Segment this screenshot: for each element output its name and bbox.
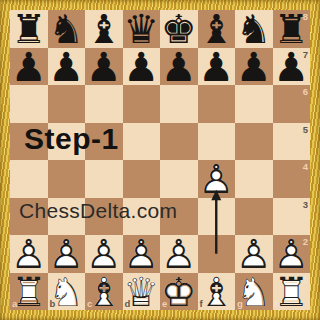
square-g6[interactable] [235, 85, 273, 123]
square-c2[interactable]: ♟♙ [85, 235, 123, 273]
square-f1[interactable]: ♝♗f [198, 273, 236, 311]
square-d8[interactable]: ♛ [123, 10, 161, 48]
square-g1[interactable]: ♞♘g [235, 273, 273, 311]
square-b8[interactable]: ♞ [48, 10, 86, 48]
square-d4[interactable] [123, 160, 161, 198]
square-g8[interactable]: ♞ [235, 10, 273, 48]
white-pawn-h2: ♟♙ [273, 235, 311, 273]
square-b2[interactable]: ♟♙ [48, 235, 86, 273]
square-h1[interactable]: ♜♖1h [273, 273, 311, 311]
square-h7[interactable]: ♟7 [273, 48, 311, 86]
square-f3[interactable] [198, 198, 236, 236]
square-g5[interactable] [235, 123, 273, 161]
black-queen-d8: ♛ [123, 10, 161, 48]
square-c7[interactable]: ♟ [85, 48, 123, 86]
square-e6[interactable] [160, 85, 198, 123]
square-f2[interactable] [198, 235, 236, 273]
square-g4[interactable] [235, 160, 273, 198]
square-h4[interactable]: 4 [273, 160, 311, 198]
square-g2[interactable]: ♟♙ [235, 235, 273, 273]
square-a8[interactable]: ♜ [10, 10, 48, 48]
black-pawn-c7: ♟ [85, 48, 123, 86]
coord-rank-3: 3 [303, 200, 308, 210]
white-pawn-f4: ♟♙ [198, 160, 236, 198]
black-rook-a8: ♜ [10, 10, 48, 48]
black-knight-g8: ♞ [235, 10, 273, 48]
square-d6[interactable] [123, 85, 161, 123]
black-knight-b8: ♞ [48, 10, 86, 48]
square-b1[interactable]: ♞♘b [48, 273, 86, 311]
white-pawn-b2: ♟♙ [48, 235, 86, 273]
square-h8[interactable]: ♜8 [273, 10, 311, 48]
white-bishop-c1: ♝♗ [85, 273, 123, 311]
square-f8[interactable]: ♝ [198, 10, 236, 48]
square-f6[interactable] [198, 85, 236, 123]
square-b7[interactable]: ♟ [48, 48, 86, 86]
black-bishop-f8: ♝ [198, 10, 236, 48]
square-a1[interactable]: ♜♖a [10, 273, 48, 311]
black-pawn-h7: ♟ [273, 48, 311, 86]
white-knight-g1: ♞♘ [235, 273, 273, 311]
black-king-e8: ♚ [160, 10, 198, 48]
square-a6[interactable] [10, 85, 48, 123]
coord-rank-4: 4 [303, 162, 308, 172]
black-pawn-f7: ♟ [198, 48, 236, 86]
square-b4[interactable] [48, 160, 86, 198]
black-pawn-d7: ♟ [123, 48, 161, 86]
square-h6[interactable]: 6 [273, 85, 311, 123]
square-a2[interactable]: ♟♙ [10, 235, 48, 273]
square-d1[interactable]: ♛♕d [123, 273, 161, 311]
coord-rank-5: 5 [303, 125, 308, 135]
square-f5[interactable] [198, 123, 236, 161]
black-pawn-b7: ♟ [48, 48, 86, 86]
square-e2[interactable]: ♟♙ [160, 235, 198, 273]
square-h3[interactable]: 3 [273, 198, 311, 236]
square-f7[interactable]: ♟ [198, 48, 236, 86]
white-pawn-g2: ♟♙ [235, 235, 273, 273]
black-pawn-a7: ♟ [10, 48, 48, 86]
site-watermark: ChessDelta.com [19, 199, 177, 223]
white-pawn-e2: ♟♙ [160, 235, 198, 273]
white-bishop-f1: ♝♗ [198, 273, 236, 311]
white-knight-b1: ♞♘ [48, 273, 86, 311]
square-a4[interactable] [10, 160, 48, 198]
black-pawn-e7: ♟ [160, 48, 198, 86]
square-e1[interactable]: ♚♔e [160, 273, 198, 311]
square-f4[interactable]: ♟♙ [198, 160, 236, 198]
white-rook-a1: ♜♖ [10, 273, 48, 311]
white-queen-d1: ♛♕ [123, 273, 161, 311]
square-c4[interactable] [85, 160, 123, 198]
square-e5[interactable] [160, 123, 198, 161]
square-b6[interactable] [48, 85, 86, 123]
black-bishop-c8: ♝ [85, 10, 123, 48]
square-g3[interactable] [235, 198, 273, 236]
black-pawn-g7: ♟ [235, 48, 273, 86]
square-c8[interactable]: ♝ [85, 10, 123, 48]
square-a7[interactable]: ♟ [10, 48, 48, 86]
gold-frame: ♜♞♝♛♚♝♞♜8♟♟♟♟♟♟♟♟765♟♙43♟♙♟♙♟♙♟♙♟♙♟♙♟♙2♜… [0, 0, 320, 320]
square-c6[interactable] [85, 85, 123, 123]
square-h5[interactable]: 5 [273, 123, 311, 161]
square-c1[interactable]: ♝♗c [85, 273, 123, 311]
square-d7[interactable]: ♟ [123, 48, 161, 86]
square-h2[interactable]: ♟♙2 [273, 235, 311, 273]
square-e8[interactable]: ♚ [160, 10, 198, 48]
square-e4[interactable] [160, 160, 198, 198]
white-rook-h1: ♜♖ [273, 273, 311, 311]
black-rook-h8: ♜ [273, 10, 311, 48]
square-e7[interactable]: ♟ [160, 48, 198, 86]
square-d2[interactable]: ♟♙ [123, 235, 161, 273]
step-label: Step-1 [24, 122, 119, 156]
white-pawn-d2: ♟♙ [123, 235, 161, 273]
white-pawn-a2: ♟♙ [10, 235, 48, 273]
white-king-e1: ♚♔ [160, 273, 198, 311]
chess-board: ♜♞♝♛♚♝♞♜8♟♟♟♟♟♟♟♟765♟♙43♟♙♟♙♟♙♟♙♟♙♟♙♟♙2♜… [10, 10, 310, 310]
square-d5[interactable] [123, 123, 161, 161]
white-pawn-c2: ♟♙ [85, 235, 123, 273]
square-g7[interactable]: ♟ [235, 48, 273, 86]
